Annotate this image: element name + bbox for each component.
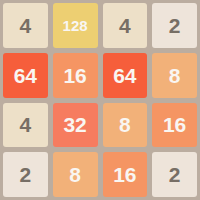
tile: 8 (53, 152, 98, 197)
tile: 16 (103, 152, 148, 197)
board-2048[interactable]: 4 128 4 2 64 16 64 8 4 32 8 16 2 8 16 2 (0, 0, 200, 200)
tile: 2 (152, 152, 197, 197)
tile: 2 (152, 3, 197, 48)
tile: 8 (152, 53, 197, 98)
tile: 4 (103, 3, 148, 48)
tile: 128 (53, 3, 98, 48)
tile: 2 (3, 152, 48, 197)
tile: 16 (53, 53, 98, 98)
tile: 64 (103, 53, 148, 98)
tile: 4 (3, 103, 48, 148)
tile: 32 (53, 103, 98, 148)
tile: 16 (152, 103, 197, 148)
tile: 8 (103, 103, 148, 148)
tile: 4 (3, 3, 48, 48)
tile: 64 (3, 53, 48, 98)
